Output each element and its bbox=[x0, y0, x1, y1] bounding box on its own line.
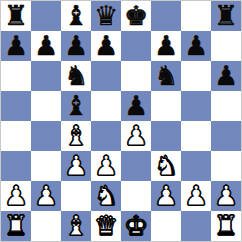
square-a1[interactable]: ♜ bbox=[1, 211, 31, 241]
piece-black-pawn[interactable]: ♟ bbox=[184, 32, 208, 59]
square-c8[interactable]: ♝ bbox=[61, 1, 91, 31]
square-g6[interactable] bbox=[181, 61, 211, 91]
square-d6[interactable] bbox=[91, 61, 121, 91]
piece-black-pawn[interactable]: ♟ bbox=[94, 32, 118, 59]
square-f1[interactable] bbox=[151, 211, 181, 241]
piece-black-queen[interactable]: ♛ bbox=[94, 2, 118, 29]
square-h5[interactable] bbox=[211, 91, 241, 121]
square-b1[interactable] bbox=[31, 211, 61, 241]
square-g4[interactable] bbox=[181, 121, 211, 151]
square-b2[interactable]: ♟ bbox=[31, 181, 61, 211]
square-g8[interactable] bbox=[181, 1, 211, 31]
square-g1[interactable] bbox=[181, 211, 211, 241]
square-d2[interactable]: ♞ bbox=[91, 181, 121, 211]
square-a5[interactable] bbox=[1, 91, 31, 121]
piece-white-pawn[interactable]: ♟ bbox=[124, 122, 148, 149]
square-d7[interactable]: ♟ bbox=[91, 31, 121, 61]
square-h1[interactable]: ♜ bbox=[211, 211, 241, 241]
square-a4[interactable] bbox=[1, 121, 31, 151]
piece-white-pawn[interactable]: ♟ bbox=[184, 182, 208, 209]
square-f8[interactable] bbox=[151, 1, 181, 31]
square-h4[interactable] bbox=[211, 121, 241, 151]
piece-black-rook[interactable]: ♜ bbox=[214, 2, 238, 29]
square-b4[interactable] bbox=[31, 121, 61, 151]
square-d5[interactable] bbox=[91, 91, 121, 121]
chess-board: ♜♝♛♚♜♟♟♟♟♟♟♞♞♟♝♟♝♟♟♟♞♟♟♞♟♟♟♜♝♛♚♜ bbox=[0, 0, 242, 242]
square-g5[interactable] bbox=[181, 91, 211, 121]
piece-black-bishop[interactable]: ♝ bbox=[64, 2, 88, 29]
square-f5[interactable] bbox=[151, 91, 181, 121]
piece-black-king[interactable]: ♚ bbox=[124, 2, 148, 29]
square-b6[interactable] bbox=[31, 61, 61, 91]
square-e7[interactable] bbox=[121, 31, 151, 61]
square-e3[interactable] bbox=[121, 151, 151, 181]
square-b8[interactable] bbox=[31, 1, 61, 31]
square-g3[interactable] bbox=[181, 151, 211, 181]
square-a2[interactable]: ♟ bbox=[1, 181, 31, 211]
piece-white-rook[interactable]: ♜ bbox=[4, 212, 28, 239]
square-h2[interactable]: ♟ bbox=[211, 181, 241, 211]
square-b5[interactable] bbox=[31, 91, 61, 121]
square-a6[interactable] bbox=[1, 61, 31, 91]
square-e5[interactable]: ♟ bbox=[121, 91, 151, 121]
square-f4[interactable] bbox=[151, 121, 181, 151]
piece-white-bishop[interactable]: ♝ bbox=[64, 122, 88, 149]
square-c5[interactable]: ♝ bbox=[61, 91, 91, 121]
piece-black-pawn[interactable]: ♟ bbox=[64, 32, 88, 59]
square-b7[interactable]: ♟ bbox=[31, 31, 61, 61]
square-a7[interactable]: ♟ bbox=[1, 31, 31, 61]
piece-white-rook[interactable]: ♜ bbox=[214, 212, 238, 239]
square-h8[interactable]: ♜ bbox=[211, 1, 241, 31]
square-e8[interactable]: ♚ bbox=[121, 1, 151, 31]
piece-black-knight[interactable]: ♞ bbox=[154, 62, 178, 89]
piece-white-pawn[interactable]: ♟ bbox=[154, 182, 178, 209]
square-g2[interactable]: ♟ bbox=[181, 181, 211, 211]
piece-white-pawn[interactable]: ♟ bbox=[94, 152, 118, 179]
piece-black-pawn[interactable]: ♟ bbox=[4, 32, 28, 59]
piece-black-pawn[interactable]: ♟ bbox=[124, 92, 148, 119]
square-h7[interactable] bbox=[211, 31, 241, 61]
square-c1[interactable]: ♝ bbox=[61, 211, 91, 241]
square-f3[interactable]: ♞ bbox=[151, 151, 181, 181]
square-g7[interactable]: ♟ bbox=[181, 31, 211, 61]
square-b3[interactable] bbox=[31, 151, 61, 181]
square-f7[interactable]: ♟ bbox=[151, 31, 181, 61]
piece-white-pawn[interactable]: ♟ bbox=[214, 182, 238, 209]
piece-white-pawn[interactable]: ♟ bbox=[4, 182, 28, 209]
piece-black-knight[interactable]: ♞ bbox=[64, 62, 88, 89]
square-f2[interactable]: ♟ bbox=[151, 181, 181, 211]
piece-black-pawn[interactable]: ♟ bbox=[34, 32, 58, 59]
square-c3[interactable]: ♟ bbox=[61, 151, 91, 181]
square-e6[interactable] bbox=[121, 61, 151, 91]
square-e4[interactable]: ♟ bbox=[121, 121, 151, 151]
square-c4[interactable]: ♝ bbox=[61, 121, 91, 151]
square-c6[interactable]: ♞ bbox=[61, 61, 91, 91]
square-a3[interactable] bbox=[1, 151, 31, 181]
square-h3[interactable] bbox=[211, 151, 241, 181]
square-d1[interactable]: ♛ bbox=[91, 211, 121, 241]
square-a8[interactable]: ♜ bbox=[1, 1, 31, 31]
piece-white-bishop[interactable]: ♝ bbox=[64, 212, 88, 239]
square-d4[interactable] bbox=[91, 121, 121, 151]
square-f6[interactable]: ♞ bbox=[151, 61, 181, 91]
piece-white-knight[interactable]: ♞ bbox=[94, 182, 118, 209]
square-c7[interactable]: ♟ bbox=[61, 31, 91, 61]
piece-white-queen[interactable]: ♛ bbox=[94, 212, 118, 239]
square-h6[interactable]: ♟ bbox=[211, 61, 241, 91]
piece-white-pawn[interactable]: ♟ bbox=[64, 152, 88, 179]
piece-black-bishop[interactable]: ♝ bbox=[64, 92, 88, 119]
square-e1[interactable]: ♚ bbox=[121, 211, 151, 241]
piece-white-pawn[interactable]: ♟ bbox=[34, 182, 58, 209]
piece-white-knight[interactable]: ♞ bbox=[154, 152, 178, 179]
square-c2[interactable] bbox=[61, 181, 91, 211]
square-d8[interactable]: ♛ bbox=[91, 1, 121, 31]
square-e2[interactable] bbox=[121, 181, 151, 211]
piece-black-pawn[interactable]: ♟ bbox=[154, 32, 178, 59]
square-d3[interactable]: ♟ bbox=[91, 151, 121, 181]
piece-white-king[interactable]: ♚ bbox=[124, 212, 148, 239]
piece-black-rook[interactable]: ♜ bbox=[4, 2, 28, 29]
piece-black-pawn[interactable]: ♟ bbox=[214, 62, 238, 89]
